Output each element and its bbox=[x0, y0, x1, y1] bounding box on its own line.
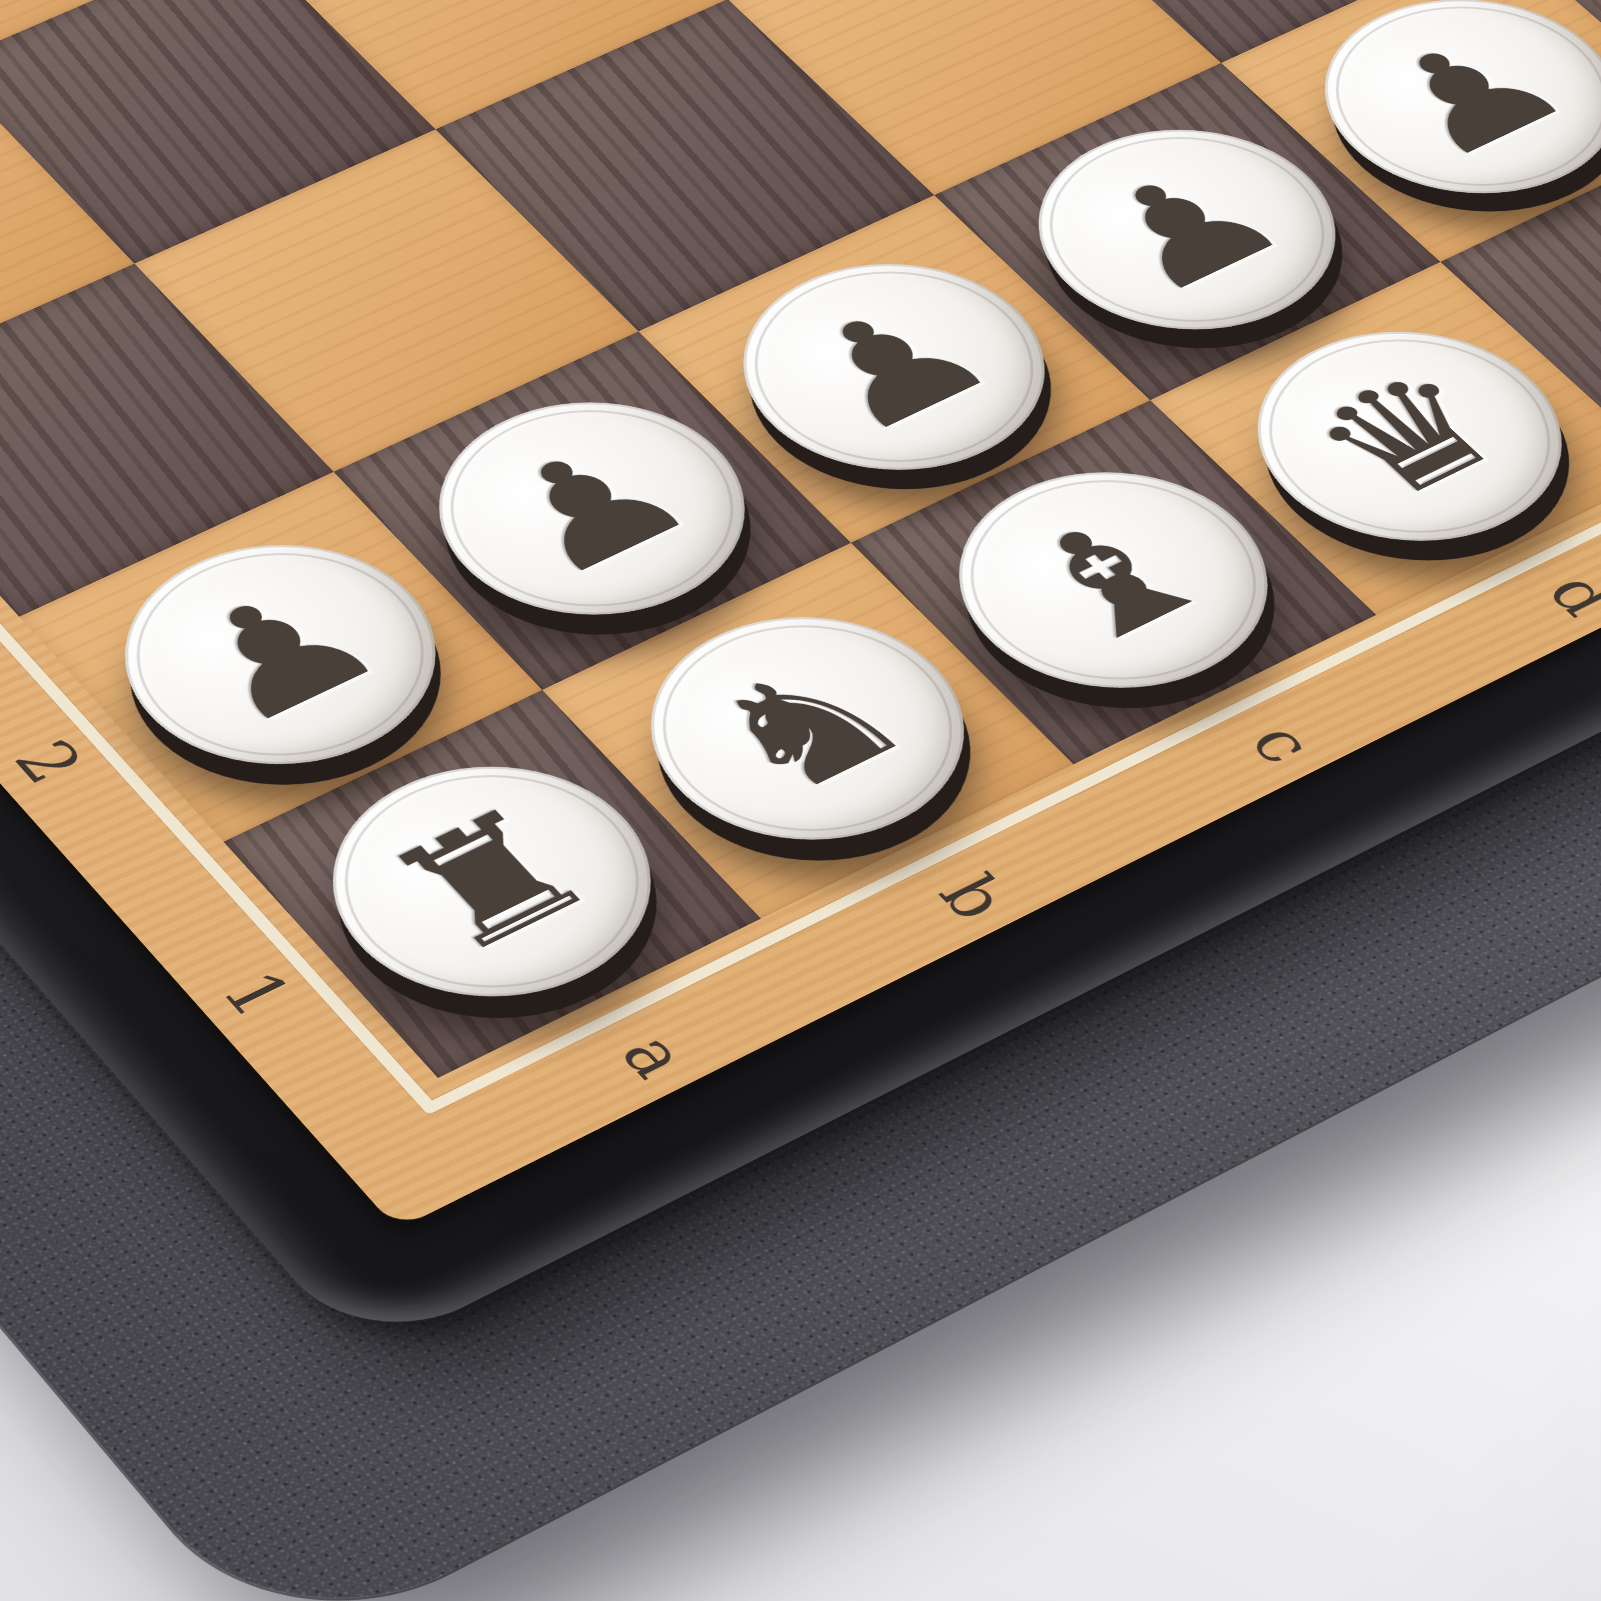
knight-glyph: ♞ bbox=[673, 631, 941, 824]
rook-glyph: ♜ bbox=[356, 781, 627, 981]
pawn-glyph: ♟ bbox=[1059, 143, 1315, 316]
bishop-glyph: ♝ bbox=[980, 486, 1245, 673]
pawn-glyph: ♟ bbox=[461, 416, 722, 600]
pawn-glyph: ♟ bbox=[1344, 12, 1597, 180]
scene: abcd12 ♟♟♟♟♟♜♞♝♛ bbox=[0, 0, 1601, 1601]
pawn-glyph: ♟ bbox=[148, 559, 411, 749]
queen-glyph: ♛ bbox=[1278, 345, 1541, 527]
pawn-glyph: ♟ bbox=[765, 277, 1023, 456]
